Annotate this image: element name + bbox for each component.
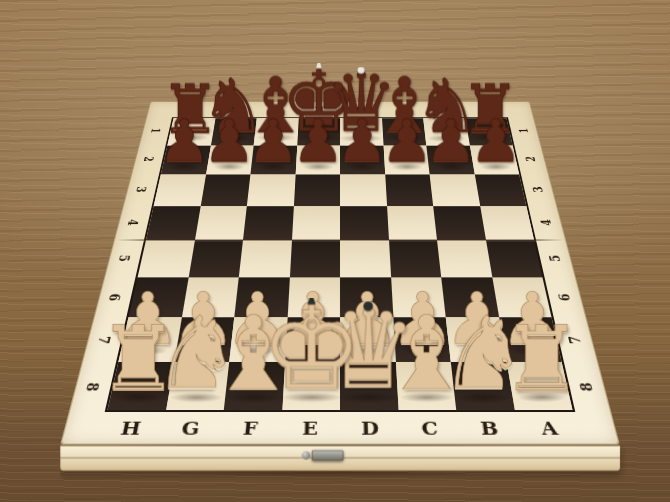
file-label-b: B — [479, 417, 500, 439]
dark-queen-finial-icon — [358, 66, 365, 73]
square-c4[interactable] — [387, 206, 437, 240]
square-g5[interactable] — [188, 240, 243, 277]
square-b5[interactable] — [437, 240, 492, 277]
square-e3[interactable] — [293, 174, 340, 205]
square-c8[interactable]: ♝ — [395, 361, 456, 410]
dark-pawn-a2[interactable]: ♟ — [469, 116, 522, 169]
square-e4[interactable] — [292, 206, 341, 240]
file-labels-near: HGFEDCBA — [97, 412, 583, 445]
square-b4[interactable] — [433, 206, 485, 240]
latch-icon[interactable] — [312, 450, 344, 461]
light-king-finial-icon — [307, 291, 315, 304]
rank-label-left-2: 2 — [141, 156, 156, 161]
square-e8[interactable]: ♚ — [282, 361, 340, 410]
square-a3[interactable] — [474, 174, 526, 205]
square-c2[interactable]: ♟ — [383, 145, 429, 174]
file-label-far-f: F — [273, 105, 283, 114]
file-label-h: H — [119, 417, 143, 439]
light-king-e8[interactable]: ♚ — [260, 297, 362, 399]
square-a2[interactable]: ♟ — [469, 145, 519, 174]
file-label-a: A — [539, 417, 559, 439]
rank-label-left-5: 5 — [116, 255, 133, 262]
square-d3[interactable] — [340, 174, 387, 205]
rank-label-right-2: 2 — [524, 156, 539, 161]
light-rook-a8[interactable]: ♜ — [501, 318, 582, 399]
rank-label-right-5: 5 — [547, 255, 564, 262]
light-rook-h8[interactable]: ♜ — [98, 318, 179, 399]
square-d5[interactable] — [340, 240, 391, 277]
file-label-far-h: H — [188, 105, 202, 114]
box-front-panel — [60, 445, 620, 471]
file-label-far-c: C — [397, 105, 408, 114]
rank-label-right-1: 1 — [517, 128, 531, 133]
chess-board: HGFEDCBA HGFEDCBA 12345678 12345678 ♜♞♝♚… — [60, 101, 620, 444]
square-a8[interactable]: ♜ — [506, 361, 572, 410]
square-c3[interactable] — [385, 174, 433, 205]
square-a5[interactable] — [486, 240, 543, 277]
square-c5[interactable] — [389, 240, 442, 277]
square-f3[interactable] — [247, 174, 295, 205]
dark-king-finial-icon — [315, 59, 321, 69]
board-grid: ♜♞♝♚♛♝♞♜♟♟♟♟♟♟♟♟♟♟♟♟♟♟♟♟♜♞♝♚♛♝♞♜ — [105, 117, 576, 412]
file-label-e: E — [302, 417, 318, 439]
square-h8[interactable]: ♜ — [108, 361, 174, 410]
square-e5[interactable] — [289, 240, 340, 277]
light-bishop-c8[interactable]: ♝ — [381, 308, 472, 400]
square-b2[interactable]: ♟ — [426, 145, 474, 174]
square-a4[interactable] — [480, 206, 534, 240]
light-queen-finial-icon — [364, 301, 373, 310]
square-h4[interactable] — [146, 206, 200, 240]
square-f4[interactable] — [243, 206, 293, 240]
square-d2[interactable]: ♟ — [340, 145, 385, 174]
rank-label-left-3: 3 — [134, 186, 150, 192]
rank-label-left-1: 1 — [149, 128, 163, 133]
rank-label-right-4: 4 — [539, 219, 555, 225]
file-label-far-a: A — [480, 105, 492, 114]
rank-label-left-4: 4 — [125, 219, 141, 225]
square-g3[interactable] — [200, 174, 250, 205]
square-g4[interactable] — [195, 206, 247, 240]
square-f5[interactable] — [239, 240, 292, 277]
file-label-far-d: D — [355, 105, 366, 114]
file-label-far-b: B — [438, 105, 450, 114]
file-label-far-g: G — [230, 105, 242, 114]
file-label-f: F — [242, 417, 259, 439]
file-label-far-e: E — [314, 105, 324, 114]
file-label-d: D — [361, 417, 380, 439]
rank-label-right-3: 3 — [531, 186, 547, 192]
square-d4[interactable] — [340, 206, 389, 240]
square-e2[interactable]: ♟ — [295, 145, 340, 174]
file-label-g: G — [180, 417, 201, 439]
board-frame: HGFEDCBA HGFEDCBA 12345678 12345678 ♜♞♝♚… — [60, 101, 620, 444]
square-h3[interactable] — [154, 174, 206, 205]
table-surface: HGFEDCBA HGFEDCBA 12345678 12345678 ♜♞♝♚… — [0, 0, 670, 502]
square-f2[interactable]: ♟ — [250, 145, 296, 174]
square-b3[interactable] — [430, 174, 480, 205]
square-h5[interactable] — [138, 240, 195, 277]
file-label-c: C — [421, 417, 439, 439]
